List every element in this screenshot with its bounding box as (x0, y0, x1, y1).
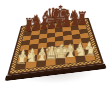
board-perspective-wrapper: ♜♞♝♛♚♝♞♜♟♟♟♟♟♟♟♟♟♟♟♟♟♟♟♟♜♞♝♛♚♝♞♜ (21, 18, 90, 93)
chess-set-photo: ♜♞♝♛♚♝♞♜♟♟♟♟♟♟♟♟♟♟♟♟♟♟♟♟♜♞♝♛♚♝♞♜ (0, 0, 107, 107)
white-rook: ♜ (84, 45, 96, 57)
black-pawn: ♟ (77, 16, 88, 27)
chess-board: ♜♞♝♛♚♝♞♜♟♟♟♟♟♟♟♟♟♟♟♟♟♟♟♟♜♞♝♛♚♝♞♜ (7, 18, 104, 76)
